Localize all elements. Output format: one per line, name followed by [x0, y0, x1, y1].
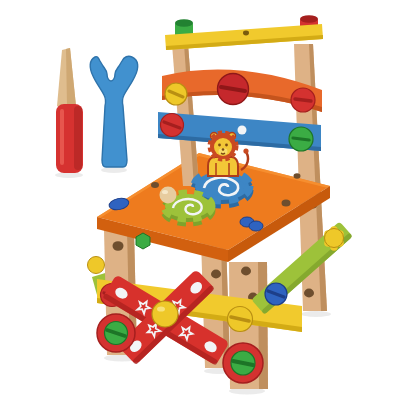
blue-screw	[249, 221, 263, 231]
wrench	[90, 56, 137, 167]
wrench-body	[90, 56, 137, 167]
yellow-peg	[88, 257, 105, 274]
peg-hole	[211, 270, 221, 279]
green-hex-nut	[136, 233, 150, 249]
lion-body	[208, 157, 238, 176]
left-ring-nut	[97, 314, 135, 352]
slat-hole	[238, 126, 247, 135]
screwdriver	[56, 48, 83, 173]
center-yellow-bolt	[152, 301, 178, 327]
peg-hole	[304, 289, 314, 298]
seat-hole	[151, 182, 159, 188]
peg-hole	[241, 267, 251, 276]
wooden-ball-knob	[160, 187, 177, 204]
right-ring-nut	[223, 343, 263, 383]
peg-hole	[113, 241, 124, 251]
top-bar-hole	[243, 31, 249, 36]
toy-chair-scene	[0, 0, 400, 400]
seat-hole	[282, 200, 291, 207]
product-photo	[0, 0, 400, 400]
seat-hole	[294, 173, 301, 179]
